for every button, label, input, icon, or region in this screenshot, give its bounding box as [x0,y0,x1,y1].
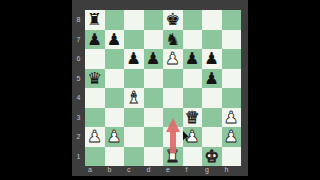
square-c6[interactable]: ♟ [124,49,144,69]
square-h8[interactable] [222,10,242,30]
chess-board: ♜♚♟♟♞♟♟♟♟♟♛♟♝♛♟♟♟♟♟♜♚ [85,10,241,166]
square-b3[interactable] [105,108,125,128]
white-queen[interactable]: ♛ [183,108,203,128]
square-h6[interactable] [222,49,242,69]
rank-label-8: 8 [72,10,85,30]
rank-label-7: 7 [72,30,85,50]
file-label-f: f [183,164,203,176]
black-pawn[interactable]: ♟ [183,49,203,69]
move-arrow-head [166,118,180,132]
square-f6[interactable]: ♟ [183,49,203,69]
file-label-d: d [144,164,164,176]
black-queen[interactable]: ♛ [85,69,105,89]
black-pawn[interactable]: ♟ [202,49,222,69]
square-c4[interactable]: ♝ [124,88,144,108]
black-pawn[interactable]: ♟ [124,49,144,69]
black-king[interactable]: ♚ [163,10,183,30]
black-pawn[interactable]: ♟ [202,69,222,89]
square-g4[interactable] [202,88,222,108]
black-pawn[interactable]: ♟ [85,30,105,50]
square-b7[interactable]: ♟ [105,30,125,50]
file-label-b: b [105,164,125,176]
square-c2[interactable] [124,127,144,147]
square-d2[interactable] [144,127,164,147]
square-h7[interactable] [222,30,242,50]
file-label-h: h [222,164,242,176]
black-rook[interactable]: ♜ [85,10,105,30]
white-pawn[interactable]: ♟ [222,108,242,128]
rank-label-6: 6 [72,49,85,69]
square-h2[interactable]: ♟ [222,127,242,147]
black-knight[interactable]: ♞ [163,30,183,50]
square-f3[interactable]: ♛ [183,108,203,128]
move-arrow-shaft [170,131,176,153]
square-b4[interactable] [105,88,125,108]
square-f7[interactable] [183,30,203,50]
square-a5[interactable]: ♛ [85,69,105,89]
square-e6[interactable]: ♟ [163,49,183,69]
square-d3[interactable] [144,108,164,128]
file-labels: abcdefgh [85,164,241,176]
white-bishop[interactable]: ♝ [124,88,144,108]
square-d6[interactable]: ♟ [144,49,164,69]
white-pawn[interactable]: ♟ [163,49,183,69]
rank-label-3: 3 [72,108,85,128]
square-a3[interactable] [85,108,105,128]
square-g6[interactable]: ♟ [202,49,222,69]
square-b8[interactable] [105,10,125,30]
square-b2[interactable]: ♟ [105,127,125,147]
square-c3[interactable] [124,108,144,128]
rank-labels: 87654321 [72,10,85,166]
rank-label-5: 5 [72,69,85,89]
board-frame: 87654321 ♜♚♟♟♞♟♟♟♟♟♛♟♝♛♟♟♟♟♟♜♚ abcdefgh [72,0,248,176]
square-b5[interactable] [105,69,125,89]
square-e4[interactable] [163,88,183,108]
square-c5[interactable] [124,69,144,89]
square-d7[interactable] [144,30,164,50]
rank-label-1: 1 [72,147,85,167]
square-c7[interactable] [124,30,144,50]
file-label-a: a [85,164,105,176]
rank-label-4: 4 [72,88,85,108]
square-h5[interactable] [222,69,242,89]
square-d8[interactable] [144,10,164,30]
file-label-g: g [202,164,222,176]
square-a8[interactable]: ♜ [85,10,105,30]
square-f4[interactable] [183,88,203,108]
rank-label-2: 2 [72,127,85,147]
square-g5[interactable]: ♟ [202,69,222,89]
square-a6[interactable] [85,49,105,69]
white-pawn[interactable]: ♟ [85,127,105,147]
square-f8[interactable] [183,10,203,30]
square-g3[interactable] [202,108,222,128]
square-g8[interactable] [202,10,222,30]
square-d4[interactable] [144,88,164,108]
square-b6[interactable] [105,49,125,69]
square-e8[interactable]: ♚ [163,10,183,30]
white-pawn[interactable]: ♟ [222,127,242,147]
black-pawn[interactable]: ♟ [144,49,164,69]
square-g7[interactable] [202,30,222,50]
file-label-c: c [124,164,144,176]
square-e7[interactable]: ♞ [163,30,183,50]
square-a2[interactable]: ♟ [85,127,105,147]
square-a7[interactable]: ♟ [85,30,105,50]
square-e5[interactable] [163,69,183,89]
square-d5[interactable] [144,69,164,89]
square-f5[interactable] [183,69,203,89]
black-pawn[interactable]: ♟ [105,30,125,50]
square-a4[interactable] [85,88,105,108]
file-label-e: e [163,164,183,176]
square-h4[interactable] [222,88,242,108]
square-g2[interactable] [202,127,222,147]
square-h3[interactable]: ♟ [222,108,242,128]
square-c8[interactable] [124,10,144,30]
white-pawn[interactable]: ♟ [105,127,125,147]
